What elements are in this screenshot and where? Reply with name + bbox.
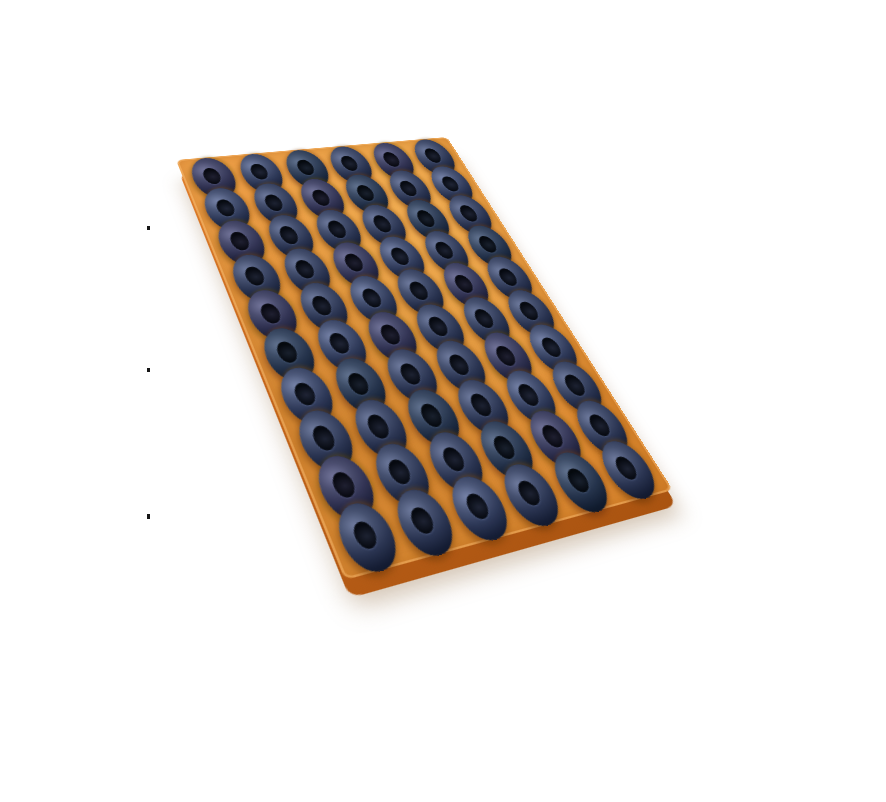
piece-hole: [475, 235, 499, 253]
piece-hole: [309, 189, 332, 207]
piece-hole: [228, 231, 252, 251]
piece-hole: [309, 294, 335, 316]
piece-hole: [516, 301, 541, 322]
piece-hole: [294, 159, 316, 176]
piece-hole: [354, 184, 377, 201]
piece-hole: [538, 336, 564, 358]
piece-hole: [274, 340, 301, 364]
piece-hole: [611, 455, 640, 482]
piece-hole: [407, 505, 437, 536]
piece-hole: [293, 259, 318, 279]
piece-hole: [439, 176, 462, 192]
piece-hole: [432, 241, 456, 260]
piece-hole: [338, 155, 360, 171]
piece-hole: [359, 287, 384, 308]
piece-hole: [515, 383, 542, 407]
piece-hole: [262, 194, 285, 212]
piece-hole: [327, 332, 353, 355]
photo-stage: [0, 0, 886, 802]
piece-hole: [446, 353, 473, 376]
piece-hole: [345, 371, 372, 396]
piece-hole: [490, 434, 519, 461]
piece-hole: [406, 280, 431, 301]
piece-hole: [329, 470, 359, 500]
piece-hole: [514, 479, 544, 507]
piece-hole: [277, 226, 301, 245]
piece-hole: [452, 274, 477, 294]
piece-hole: [381, 152, 403, 168]
piece-hole: [377, 324, 403, 347]
edge-tick-mark: [147, 226, 150, 230]
piece-hole: [388, 247, 412, 266]
piece-hole: [214, 199, 237, 218]
piece-hole: [417, 403, 445, 429]
piece-hole: [291, 381, 319, 407]
piece-hole: [439, 446, 468, 474]
piece-hole: [397, 180, 420, 197]
piece-hole: [495, 267, 520, 286]
piece-hole: [364, 413, 392, 440]
piece-hole: [385, 458, 414, 486]
piece-hole: [201, 168, 224, 185]
piece-hole: [467, 393, 495, 418]
piece-hole: [309, 424, 338, 452]
piece-hole: [414, 210, 437, 228]
piece-hole: [457, 205, 480, 222]
piece-hole: [325, 220, 349, 239]
edge-tick-mark: [147, 368, 150, 372]
piece-hole: [258, 302, 284, 324]
piece-hole: [341, 253, 366, 273]
piece-hole: [564, 466, 593, 494]
edge-tick-mark: [147, 514, 150, 519]
piece-hole: [422, 148, 444, 164]
piece-hole: [425, 316, 451, 338]
piece-hole: [472, 308, 498, 329]
piece-hole: [493, 344, 520, 367]
piece-hole: [396, 362, 423, 386]
piece-hole: [248, 163, 271, 180]
piece-hole: [242, 266, 267, 287]
piece-hole: [585, 413, 613, 438]
piece-hole: [350, 519, 381, 551]
piece-hole: [370, 215, 394, 233]
piece-hole: [539, 423, 567, 449]
piece-hole: [462, 491, 492, 521]
piece-hole: [561, 374, 588, 397]
